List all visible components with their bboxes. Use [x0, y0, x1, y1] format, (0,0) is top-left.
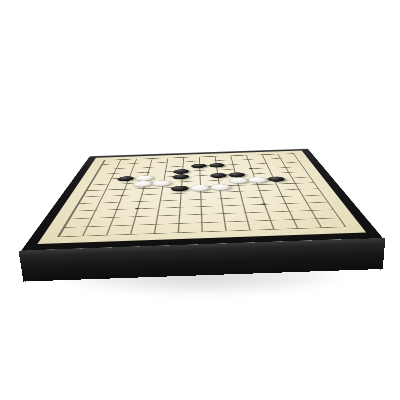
white-stone: [151, 180, 171, 187]
black-stone: [209, 163, 225, 168]
product-photo: [0, 0, 400, 400]
play-area: [41, 151, 363, 243]
board-surface: [37, 150, 366, 244]
board-frame: [21, 149, 382, 251]
star-point: [249, 168, 253, 169]
stone-layer: [41, 151, 363, 243]
white-stone: [132, 181, 153, 188]
black-stone: [172, 174, 189, 179]
black-stone: [210, 173, 227, 178]
white-stone: [210, 184, 231, 191]
white-stone: [247, 177, 268, 183]
black-stone: [267, 176, 287, 182]
black-stone: [173, 169, 189, 174]
black-stone: [192, 163, 208, 168]
white-stone: [228, 177, 249, 183]
go-board: [21, 149, 382, 251]
black-stone: [116, 176, 134, 182]
